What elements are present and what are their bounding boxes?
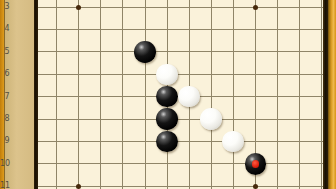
board-frame-left [33, 0, 38, 189]
row-label: 8 [0, 114, 10, 123]
row-label: 3 [0, 2, 10, 11]
table-edge-right [328, 0, 336, 189]
white-stone [200, 108, 222, 130]
star-point [253, 184, 258, 189]
black-stone [156, 86, 178, 108]
grid-vline [299, 0, 300, 189]
row-label: 5 [0, 47, 10, 56]
grid-vline [233, 0, 234, 189]
grid-vline [211, 0, 212, 189]
grid-vline [277, 0, 278, 189]
star-point [76, 184, 81, 189]
black-stone [156, 108, 178, 130]
white-stone [156, 64, 178, 86]
grid-vline [145, 0, 146, 189]
row-label: 4 [0, 24, 10, 33]
row-label: 9 [0, 136, 10, 145]
last-move-marker [252, 160, 260, 168]
star-point [253, 5, 258, 10]
last-move-stone [245, 153, 267, 175]
row-label: 7 [0, 92, 10, 101]
board-grid[interactable] [0, 0, 336, 189]
grid-vline [100, 0, 101, 189]
black-stone [134, 41, 156, 63]
grid-vline [122, 0, 123, 189]
grid-vline [56, 0, 57, 189]
row-label: 6 [0, 69, 10, 78]
black-stone [156, 131, 178, 153]
star-point [76, 5, 81, 10]
white-stone [222, 131, 244, 153]
row-label: 10 [0, 159, 10, 168]
grid-vline [78, 0, 79, 189]
gomoku-board-screenshot: 34567891011 [0, 0, 336, 189]
white-stone [178, 86, 200, 108]
row-label: 11 [0, 181, 10, 189]
